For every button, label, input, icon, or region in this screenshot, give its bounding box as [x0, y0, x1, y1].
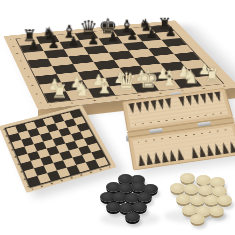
backgammon-quadrant [128, 98, 173, 114]
chess-square: ♟ [20, 44, 44, 53]
light-checker-disc [209, 206, 224, 216]
chess-piece-black-pawn: ♟ [103, 31, 123, 44]
chess-piece-white-bishop: ♝ [93, 75, 116, 96]
backgammon-point [143, 101, 151, 112]
backgammon-points-bottom [137, 141, 235, 166]
backgammon-point [193, 94, 201, 105]
backgammon-quadrant [190, 141, 235, 159]
backgammon-quadrant [137, 148, 184, 166]
backgammon-point [152, 151, 160, 164]
chess-piece-black-pawn: ♟ [83, 32, 103, 46]
backgammon-point [150, 100, 158, 111]
black-checker-disc [125, 212, 140, 222]
chess-piece-black-pawn: ♟ [142, 27, 162, 40]
backgammon-point [176, 148, 185, 160]
backgammon-point [136, 102, 144, 113]
chess-piece-white-knight: ♞ [70, 79, 93, 99]
chess-board-grid: ♜♞♝♛♚♝♞♜♟♟♟♟♟♟♟♟♟♟♟♟♟♟♟♟♜♞♝♛♚♝♞♜ [16, 25, 222, 103]
light-checker-disc [190, 214, 205, 224]
backgammon-point [168, 149, 177, 161]
light-checkers-pile [162, 173, 232, 223]
backgammon-point [228, 141, 235, 153]
backgammon-point [190, 146, 199, 158]
black-checkers-pile [98, 172, 162, 226]
backgammon-board [122, 88, 235, 169]
chess-piece-white-rook: ♜ [48, 82, 71, 101]
backgammon-point [197, 145, 206, 157]
backgammon-point [213, 143, 222, 155]
backgammon-point [220, 142, 229, 154]
backgammon-point [160, 150, 168, 162]
black-checker-disc [132, 202, 147, 212]
chess-piece-white-queen: ♛ [115, 70, 138, 94]
light-checker-disc [184, 184, 199, 194]
light-checker-disc [198, 185, 213, 195]
chess-piece-black-pawn: ♟ [23, 38, 44, 52]
light-checker-disc [196, 175, 211, 185]
light-checker-disc [217, 195, 232, 205]
chess-piece-white-bishop: ♝ [158, 69, 181, 89]
chess-piece-black-pawn: ♟ [43, 36, 63, 50]
chess-piece-white-knight: ♞ [180, 67, 202, 86]
chess-piece-white-rook: ♜ [201, 66, 223, 84]
chess-piece-black-pawn: ♟ [161, 25, 181, 38]
chess-piece-black-pawn: ♟ [122, 29, 142, 42]
chess-piece-black-pawn: ♟ [64, 34, 84, 48]
backgammon-point [165, 98, 173, 109]
backgammon-point [207, 92, 215, 103]
backgammon-point [158, 99, 166, 110]
backgammon-point [128, 103, 136, 114]
backgammon-point [178, 96, 186, 107]
light-checker-disc [170, 183, 185, 193]
backgammon-quadrant [178, 91, 222, 107]
product-photo: ♜♞♝♛♚♝♞♜♟♟♟♟♟♟♟♟♟♟♟♟♟♟♟♟♜♞♝♛♚♝♞♜ [0, 0, 235, 235]
chess-square: ♜ [44, 91, 71, 102]
backgammon-point [200, 93, 208, 104]
chess-piece-white-king: ♚ [137, 68, 160, 92]
light-checker-disc [176, 194, 191, 204]
backgammon-point [205, 144, 214, 156]
light-checker-disc [190, 195, 205, 205]
light-checker-disc [180, 173, 195, 183]
black-checker-disc [137, 192, 152, 202]
backgammon-point [145, 153, 153, 166]
backgammon-point [214, 91, 222, 102]
backgammon-point [186, 95, 194, 106]
backgammon-point [137, 154, 145, 167]
